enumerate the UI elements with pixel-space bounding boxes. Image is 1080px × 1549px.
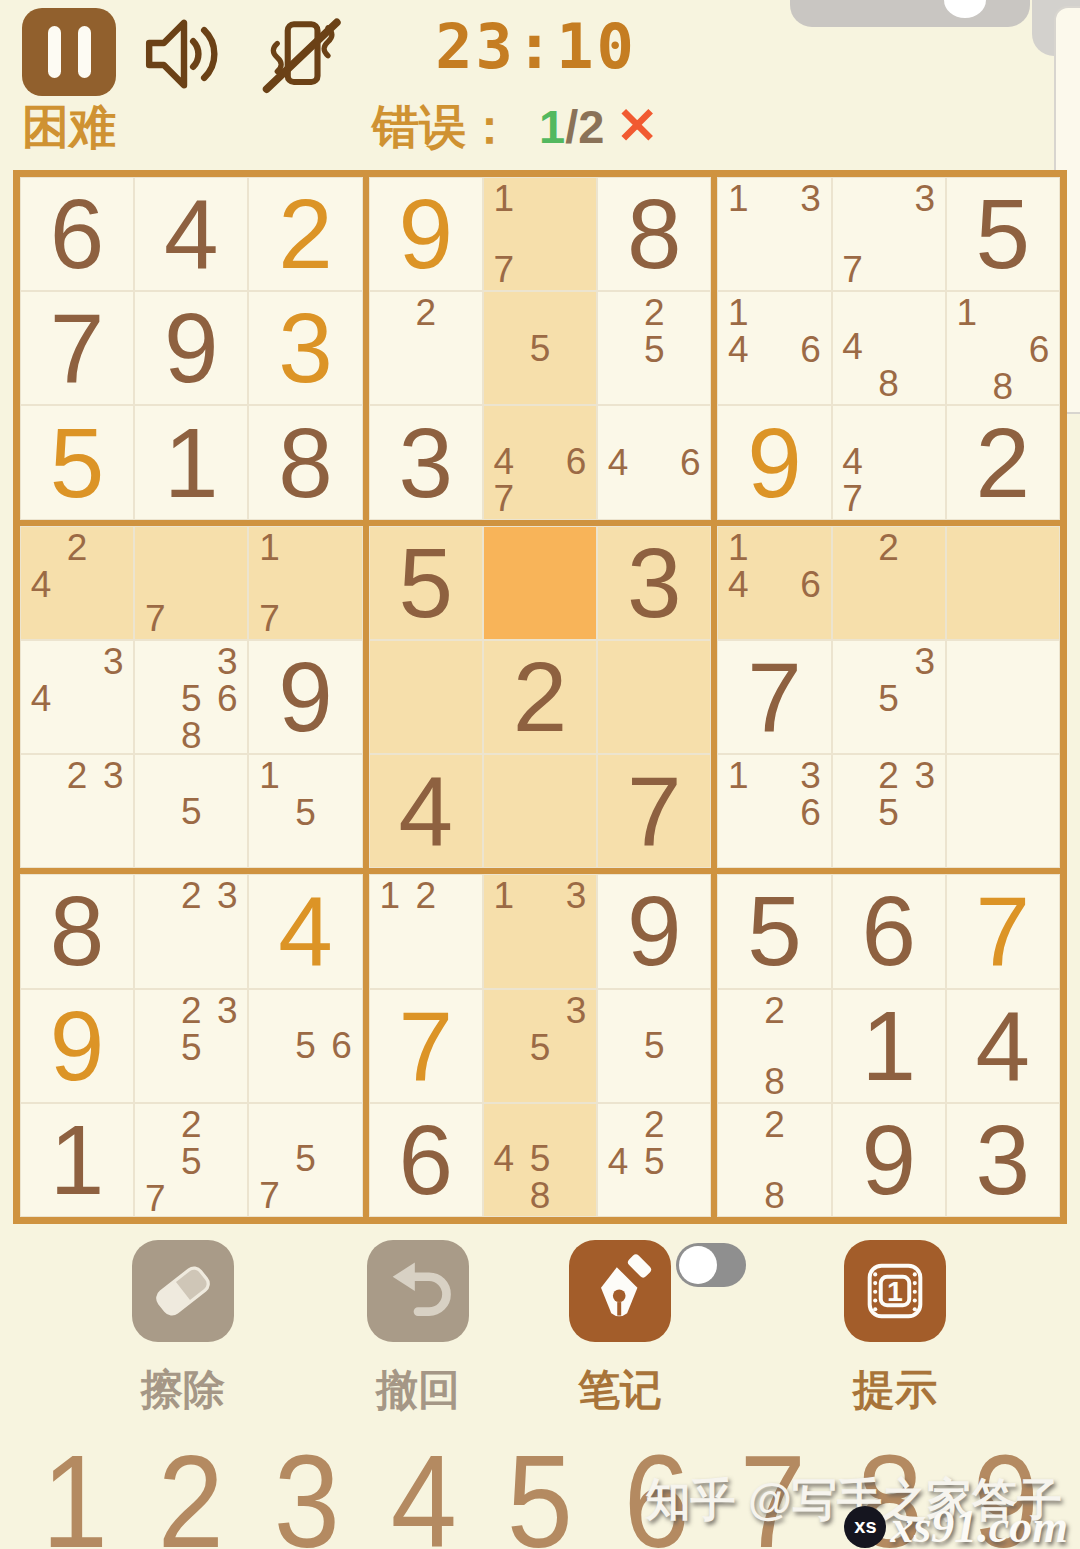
pencil-marks: 57	[251, 1106, 359, 1214]
cell-r1c2[interactable]: 4	[134, 177, 248, 291]
pad-digit-2[interactable]: 2	[158, 1434, 224, 1549]
pencil-marks: 5	[137, 757, 245, 865]
given-digit: 9	[861, 1111, 916, 1209]
sudoku-box: 53247	[366, 523, 715, 872]
cell-r2c8[interactable]: 48	[832, 291, 946, 405]
cell-r5c7[interactable]: 7	[717, 640, 831, 754]
erase-label: 擦除	[141, 1362, 225, 1418]
cell-r3c7[interactable]: 9	[717, 405, 831, 519]
difficulty-label: 困难	[22, 96, 116, 159]
pencil-marks: 23	[137, 877, 245, 985]
sudoku-box: 642793518	[17, 174, 366, 523]
pencil-marks: 13	[720, 180, 828, 288]
given-digit: 6	[399, 1111, 454, 1209]
cell-r7c5[interactable]: 13	[483, 874, 597, 988]
undo-tool: 撤回	[348, 1240, 488, 1418]
vibrate-button[interactable]	[256, 12, 344, 96]
user-digit: 2	[278, 185, 333, 283]
cell-r9c9[interactable]: 3	[946, 1103, 1060, 1217]
pencil-marks: 5	[486, 294, 594, 402]
cell-r7c3[interactable]: 4	[248, 874, 362, 988]
pencil-marks: 467	[486, 408, 594, 516]
cell-r2c7[interactable]: 146	[717, 291, 831, 405]
pencil-marks: 35	[835, 643, 943, 751]
hint-tool: 1 提示	[825, 1240, 965, 1418]
cell-r7c4[interactable]: 12	[369, 874, 483, 988]
cell-r2c5[interactable]: 5	[483, 291, 597, 405]
cell-r7c9[interactable]: 7	[946, 874, 1060, 988]
pencil-marks: 3568	[137, 643, 245, 751]
cell-r6c7[interactable]: 136	[717, 754, 831, 868]
cell-r6c1[interactable]: 23	[20, 754, 134, 868]
cell-r7c7[interactable]: 5	[717, 874, 831, 988]
cell-r4c1[interactable]: 24	[20, 526, 134, 640]
cell-r2c1[interactable]: 7	[20, 291, 134, 405]
pencil-marks: 257	[137, 1106, 245, 1214]
cell-r5c5[interactable]: 2	[483, 640, 597, 754]
user-digit: 3	[278, 299, 333, 397]
cell-r9c4[interactable]: 6	[369, 1103, 483, 1217]
given-digit: 7	[627, 762, 682, 860]
cell-r7c6[interactable]: 9	[597, 874, 711, 988]
sudoku-box: 56728142893	[714, 871, 1063, 1220]
cell-r9c8[interactable]: 9	[832, 1103, 946, 1217]
pencil-marks: 146	[720, 529, 828, 637]
cell-r6c9[interactable]	[946, 754, 1060, 868]
sudoku-box: 24717343568923515	[17, 523, 366, 872]
pencil-marks: 5	[600, 992, 708, 1100]
pencil-marks: 37	[835, 180, 943, 288]
given-digit: 1	[164, 414, 219, 512]
given-digit: 5	[399, 534, 454, 632]
hint-film-icon: 1	[857, 1253, 933, 1329]
cell-r7c1[interactable]: 8	[20, 874, 134, 988]
pen-icon	[582, 1253, 658, 1329]
pencil-marks: 28	[720, 992, 828, 1100]
cell-r8c5[interactable]: 35	[483, 989, 597, 1103]
notes-toggle[interactable]	[676, 1243, 746, 1287]
cell-r2c9[interactable]: 168	[946, 291, 1060, 405]
cell-r1c3[interactable]: 2	[248, 177, 362, 291]
given-digit: 9	[627, 882, 682, 980]
pencil-marks: 2	[835, 529, 943, 637]
given-digit: 3	[399, 414, 454, 512]
pencil-marks: 25	[600, 294, 708, 402]
hint-label: 提示	[853, 1362, 937, 1418]
cell-r4c3[interactable]: 17	[248, 526, 362, 640]
pencil-marks: 458	[486, 1106, 594, 1214]
notes-tool: 笔记	[550, 1240, 690, 1418]
error-label: 错误：	[372, 96, 513, 159]
cell-r3c1[interactable]: 5	[20, 405, 134, 519]
cell-r2c6[interactable]: 25	[597, 291, 711, 405]
cell-r8c1[interactable]: 9	[20, 989, 134, 1103]
undo-button[interactable]	[367, 1240, 469, 1342]
pencil-marks: 28	[720, 1106, 828, 1214]
pencil-marks: 17	[251, 529, 359, 637]
error-current: 1	[539, 99, 565, 154]
watermark-badge: xs	[844, 1506, 886, 1548]
cell-r3c8[interactable]: 47	[832, 405, 946, 519]
cell-r8c8[interactable]: 1	[832, 989, 946, 1103]
user-digit: 9	[747, 414, 802, 512]
undo-icon	[380, 1253, 456, 1329]
given-digit: 4	[164, 185, 219, 283]
cell-r5c6[interactable]	[597, 640, 711, 754]
pencil-marks: 7	[137, 529, 245, 637]
sudoku-board: 6427935189178252534674613375146481689472…	[13, 170, 1067, 1224]
cell-r3c6[interactable]: 46	[597, 405, 711, 519]
error-max: /2	[565, 99, 604, 154]
pencil-marks: 12	[372, 877, 480, 985]
cell-r8c9[interactable]: 4	[946, 989, 1060, 1103]
cell-r1c8[interactable]: 37	[832, 177, 946, 291]
given-digit: 7	[747, 648, 802, 746]
user-digit: 7	[976, 882, 1031, 980]
watermark-url: xs91.com	[890, 1500, 1068, 1549]
cell-r5c8[interactable]: 35	[832, 640, 946, 754]
notes-label: 笔记	[578, 1362, 662, 1418]
cell-r8c6[interactable]: 5	[597, 989, 711, 1103]
pencil-marks: 235	[835, 757, 943, 865]
given-digit: 2	[513, 648, 568, 746]
cell-r4c4[interactable]: 5	[369, 526, 483, 640]
pad-digit-4[interactable]: 4	[390, 1434, 456, 1549]
sudoku-box: 91782525346746	[366, 174, 715, 523]
given-digit: 1	[861, 997, 916, 1095]
pencil-marks: 168	[949, 294, 1057, 402]
cell-r6c6[interactable]: 7	[597, 754, 711, 868]
cell-r1c6[interactable]: 8	[597, 177, 711, 291]
cell-r3c2[interactable]: 1	[134, 405, 248, 519]
pencil-marks: 24	[23, 529, 131, 637]
cell-r6c3[interactable]: 15	[248, 754, 362, 868]
speaker-icon	[138, 10, 230, 98]
pencil-marks: 146	[720, 294, 828, 402]
given-digit: 3	[976, 1111, 1031, 1209]
pencil-marks: 235	[137, 992, 245, 1100]
cell-r2c4[interactable]: 2	[369, 291, 483, 405]
pencil-marks: 245	[600, 1106, 708, 1214]
user-digit: 5	[50, 414, 105, 512]
pause-icon	[48, 26, 61, 78]
cell-r1c1[interactable]: 6	[20, 177, 134, 291]
cell-r4c7[interactable]: 146	[717, 526, 831, 640]
given-digit: 8	[50, 882, 105, 980]
pencil-marks: 23	[23, 757, 131, 865]
cell-r6c5[interactable]	[483, 754, 597, 868]
cell-r1c5[interactable]: 17	[483, 177, 597, 291]
cell-r4c6[interactable]: 3	[597, 526, 711, 640]
cell-r9c3[interactable]: 57	[248, 1103, 362, 1217]
sudoku-box: 1462735136235	[714, 523, 1063, 872]
cell-r1c9[interactable]: 5	[946, 177, 1060, 291]
pencil-marks: 15	[251, 757, 359, 865]
given-digit: 8	[278, 414, 333, 512]
cell-r9c2[interactable]: 257	[134, 1103, 248, 1217]
cell-r9c7[interactable]: 28	[717, 1103, 831, 1217]
user-digit: 9	[50, 997, 105, 1095]
given-digit: 6	[861, 882, 916, 980]
notes-button[interactable]	[569, 1240, 671, 1342]
pad-digit-5[interactable]: 5	[507, 1434, 573, 1549]
cell-r2c2[interactable]: 9	[134, 291, 248, 405]
pad-digit-1[interactable]: 1	[41, 1434, 107, 1549]
given-digit: 6	[50, 185, 105, 283]
error-counter: 错误： 1 /2 ✕	[372, 96, 658, 159]
pencil-marks: 136	[720, 757, 828, 865]
cell-r4c2[interactable]: 7	[134, 526, 248, 640]
pencil-marks: 56	[251, 992, 359, 1100]
sudoku-box: 8234923556125757	[17, 871, 366, 1220]
user-digit: 7	[399, 997, 454, 1095]
cell-r3c9[interactable]: 2	[946, 405, 1060, 519]
error-x-icon: ✕	[616, 97, 658, 155]
pencil-marks: 2	[372, 294, 480, 402]
given-digit: 3	[627, 534, 682, 632]
given-digit: 4	[399, 762, 454, 860]
timer: 23:10	[380, 10, 692, 83]
sudoku-box: 1213973556458245	[366, 871, 715, 1220]
given-digit: 9	[278, 648, 333, 746]
cell-r6c4[interactable]: 4	[369, 754, 483, 868]
given-digit: 8	[627, 185, 682, 283]
sound-button[interactable]	[138, 10, 230, 98]
cell-r7c8[interactable]: 6	[832, 874, 946, 988]
cell-r9c1[interactable]: 1	[20, 1103, 134, 1217]
given-digit: 4	[976, 997, 1031, 1095]
cell-r1c4[interactable]: 9	[369, 177, 483, 291]
cell-r5c4[interactable]	[369, 640, 483, 754]
undo-label: 撤回	[376, 1362, 460, 1418]
cell-r4c9[interactable]	[946, 526, 1060, 640]
hint-digit: 1	[887, 1275, 903, 1307]
cell-r4c5[interactable]	[483, 526, 597, 640]
cell-r5c9[interactable]	[946, 640, 1060, 754]
given-digit: 5	[747, 882, 802, 980]
cell-r5c1[interactable]: 34	[20, 640, 134, 754]
sudoku-app: 23:10 困难 错误： 1 /2 ✕ 64279351891782525346…	[0, 0, 1080, 1549]
erase-button[interactable]	[132, 1240, 234, 1342]
cell-r5c2[interactable]: 3568	[134, 640, 248, 754]
given-digit: 5	[976, 185, 1031, 283]
given-digit: 7	[50, 299, 105, 397]
cell-r5c3[interactable]: 9	[248, 640, 362, 754]
cell-r8c2[interactable]: 235	[134, 989, 248, 1103]
cell-r3c4[interactable]: 3	[369, 405, 483, 519]
pause-icon	[78, 26, 91, 78]
user-digit: 4	[278, 882, 333, 980]
given-digit: 2	[976, 414, 1031, 512]
sudoku-box: 13375146481689472	[714, 174, 1063, 523]
pencil-marks: 13	[486, 877, 594, 985]
pencil-marks: 46	[600, 408, 708, 516]
cell-r4c8[interactable]: 2	[832, 526, 946, 640]
erase-tool: 擦除	[113, 1240, 253, 1418]
pause-button[interactable]	[22, 8, 116, 96]
pencil-marks: 35	[486, 992, 594, 1100]
cell-r8c7[interactable]: 28	[717, 989, 831, 1103]
toggle-knob	[679, 1246, 717, 1284]
given-digit: 9	[164, 299, 219, 397]
overlay-gray-bar	[790, 0, 1030, 27]
cell-r8c3[interactable]: 56	[248, 989, 362, 1103]
cell-r3c5[interactable]: 467	[483, 405, 597, 519]
cell-r9c6[interactable]: 245	[597, 1103, 711, 1217]
eraser-icon	[144, 1252, 222, 1330]
pencil-marks: 34	[23, 643, 131, 751]
pencil-marks: 17	[486, 180, 594, 288]
pencil-marks: 48	[835, 294, 943, 402]
user-digit: 9	[399, 185, 454, 283]
cell-r6c2[interactable]: 5	[134, 754, 248, 868]
watermark-site: xs xs91.com	[844, 1500, 1068, 1549]
hint-button[interactable]: 1	[844, 1240, 946, 1342]
cell-r6c8[interactable]: 235	[832, 754, 946, 868]
cell-r2c3[interactable]: 3	[248, 291, 362, 405]
pencil-marks: 47	[835, 408, 943, 516]
pad-digit-3[interactable]: 3	[274, 1434, 340, 1549]
cell-r1c7[interactable]: 13	[717, 177, 831, 291]
cell-r9c5[interactable]: 458	[483, 1103, 597, 1217]
cell-r7c2[interactable]: 23	[134, 874, 248, 988]
cell-r8c4[interactable]: 7	[369, 989, 483, 1103]
cell-r3c3[interactable]: 8	[248, 405, 362, 519]
given-digit: 1	[50, 1111, 105, 1209]
vibrate-off-icon	[256, 12, 344, 96]
